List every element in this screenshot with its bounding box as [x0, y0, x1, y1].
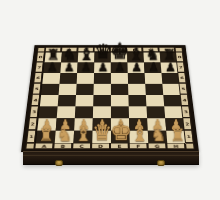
rank-label-3: 3	[30, 106, 38, 117]
piece-white-bishop[interactable]: ♝	[130, 124, 148, 144]
chess-set: ABCDEFGH 87654321 ♜♞♝♛♚♝♞♜♟♟♟♟♟♟♟♟♟♟♟♟♟♟…	[21, 45, 199, 152]
square-h1[interactable]: ♜	[166, 131, 186, 144]
piece-white-king[interactable]: ♚	[109, 119, 131, 144]
piece-white-queen[interactable]: ♛	[91, 121, 111, 144]
square-a7[interactable]: ♟	[43, 63, 61, 73]
square-d4[interactable]	[93, 95, 111, 107]
square-f5[interactable]	[128, 84, 146, 95]
rank-label-7: 7	[177, 63, 184, 72]
square-g6[interactable]	[145, 73, 163, 84]
rank-label-3: 3	[182, 106, 190, 117]
piece-black-pawn[interactable]: ♟	[114, 60, 125, 72]
frame-corner-bottom-right	[185, 143, 195, 149]
piece-white-rook[interactable]: ♜	[169, 127, 184, 144]
square-a5[interactable]	[41, 84, 59, 95]
square-a6[interactable]	[42, 73, 60, 84]
rank-label-5: 5	[33, 84, 41, 94]
board-inner: ABCDEFGH 87654321 ♜♞♝♛♚♝♞♜♟♟♟♟♟♟♟♟♟♟♟♟♟♟…	[25, 47, 194, 149]
piece-white-rook[interactable]: ♜	[38, 127, 53, 144]
rank-label-4: 4	[32, 95, 40, 105]
square-d7[interactable]: ♟	[94, 63, 111, 73]
square-c6[interactable]	[77, 73, 94, 84]
piece-black-pawn[interactable]: ♟	[147, 60, 158, 72]
square-e7[interactable]: ♟	[111, 63, 128, 73]
square-e6[interactable]	[111, 73, 128, 84]
rank-label-8: 8	[176, 53, 183, 62]
square-b4[interactable]	[58, 95, 76, 107]
square-b5[interactable]	[59, 84, 77, 95]
square-f4[interactable]	[128, 95, 146, 107]
square-a1[interactable]: ♜	[36, 131, 56, 144]
square-c7[interactable]: ♟	[77, 63, 94, 73]
rank-label-4: 4	[181, 95, 189, 105]
square-e1[interactable]: ♚	[111, 131, 130, 144]
brass-clasp-right	[157, 160, 165, 166]
square-f6[interactable]	[128, 73, 145, 84]
piece-black-pawn[interactable]: ♟	[131, 60, 142, 72]
square-c4[interactable]	[75, 95, 93, 107]
rank-label-1: 1	[27, 131, 35, 142]
piece-black-pawn[interactable]: ♟	[97, 60, 108, 72]
square-b6[interactable]	[59, 73, 77, 84]
square-d6[interactable]	[94, 73, 111, 84]
rank-label-5: 5	[179, 84, 187, 94]
brass-clasp-left	[55, 160, 63, 166]
square-e4[interactable]	[111, 95, 129, 107]
piece-white-bishop[interactable]: ♝	[74, 124, 92, 144]
square-f7[interactable]: ♟	[127, 63, 144, 73]
square-g1[interactable]: ♞	[148, 131, 167, 144]
piece-black-pawn[interactable]: ♟	[46, 60, 57, 72]
rank-label-1: 1	[185, 131, 193, 142]
frame-corner-bottom-left	[25, 143, 35, 149]
piece-white-knight[interactable]: ♞	[56, 126, 72, 144]
rank-label-2: 2	[29, 118, 37, 129]
square-d1[interactable]: ♛	[92, 131, 111, 144]
square-g7[interactable]: ♟	[144, 63, 161, 73]
box-front-edge	[23, 151, 199, 165]
box-lid-seam	[23, 155, 199, 156]
rank-label-6: 6	[178, 73, 185, 83]
square-b7[interactable]: ♟	[60, 63, 77, 73]
square-g5[interactable]	[145, 84, 163, 95]
photo-background: ABCDEFGH 87654321 ♜♞♝♛♚♝♞♜♟♟♟♟♟♟♟♟♟♟♟♟♟♟…	[0, 0, 220, 200]
board-frame: ABCDEFGH 87654321 ♜♞♝♛♚♝♞♜♟♟♟♟♟♟♟♟♟♟♟♟♟♟…	[21, 45, 199, 152]
square-b1[interactable]: ♞	[55, 131, 74, 144]
square-g4[interactable]	[146, 95, 164, 107]
square-e5[interactable]	[111, 84, 128, 95]
square-d5[interactable]	[93, 84, 110, 95]
piece-black-pawn[interactable]: ♟	[80, 60, 91, 72]
piece-black-pawn[interactable]: ♟	[164, 60, 175, 72]
square-c1[interactable]: ♝	[73, 131, 92, 144]
square-a4[interactable]	[40, 95, 59, 107]
square-h7[interactable]: ♟	[161, 63, 179, 73]
piece-white-knight[interactable]: ♞	[150, 126, 166, 144]
piece-black-pawn[interactable]: ♟	[63, 60, 74, 72]
square-f1[interactable]: ♝	[129, 131, 148, 144]
rank-label-6: 6	[34, 73, 41, 83]
chess-board: ♜♞♝♛♚♝♞♜♟♟♟♟♟♟♟♟♟♟♟♟♟♟♟♟♜♞♝♛♚♝♞♜	[35, 52, 185, 143]
square-c5[interactable]	[76, 84, 94, 95]
